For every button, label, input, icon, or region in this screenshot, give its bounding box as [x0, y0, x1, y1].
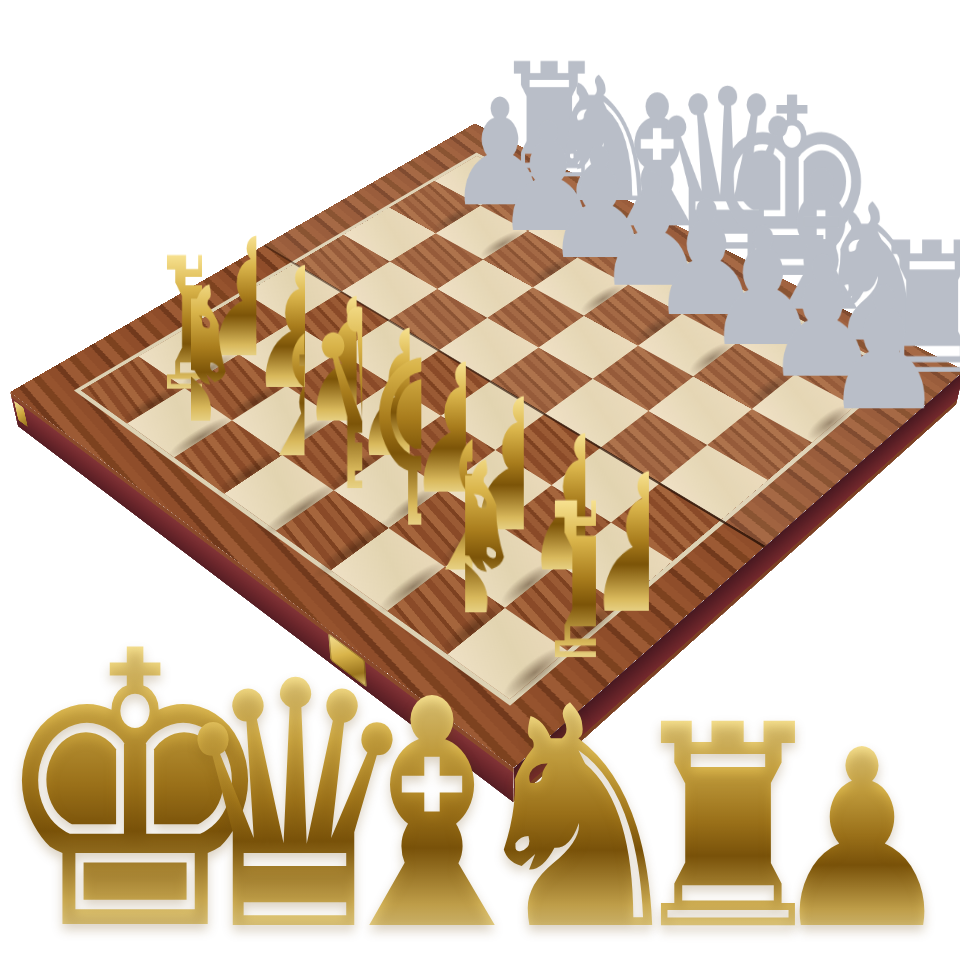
square-b1[interactable]: ♞	[127, 388, 232, 458]
piece-silver-pawn[interactable]: ♟	[447, 80, 499, 228]
piece-gold-bishop[interactable]: ♝	[242, 276, 304, 488]
piece-silver-pawn[interactable]: ♟	[596, 153, 651, 309]
piece-silver-pawn[interactable]: ♟	[823, 265, 883, 435]
piece-silver-pawn[interactable]: ♟	[763, 236, 821, 402]
brass-hinge	[14, 401, 28, 428]
piece-silver-pawn[interactable]: ♟	[649, 180, 705, 339]
piece-gold-queen[interactable]: ♛	[299, 267, 362, 528]
piece-gold-knight[interactable]: ♞	[465, 423, 532, 646]
showcase-gold-pawn: ♟	[769, 718, 956, 960]
piece-silver-pawn[interactable]: ♟	[495, 103, 548, 253]
product-photo: ♜♞♝♛♚♝♞♜♟♟♟♟♟♟♟♟♟♟♟♟♟♟♟♟♜♞♝♛♚♝♞♜ ♚ ♛ ♝ ♞…	[0, 0, 960, 960]
piece-silver-pawn[interactable]: ♟	[705, 207, 762, 370]
